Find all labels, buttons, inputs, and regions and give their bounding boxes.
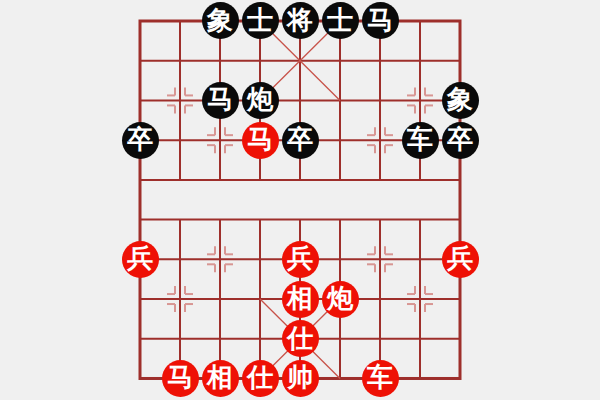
piece-glyph: 帅: [287, 364, 313, 390]
piece-black-general[interactable]: 将: [282, 2, 319, 39]
piece-black-soldier[interactable]: 卒: [122, 122, 159, 159]
board-point: 马: [200, 81, 240, 121]
piece-red-advisor[interactable]: 仕: [282, 320, 319, 357]
piece-red-elephant[interactable]: 相: [282, 281, 319, 318]
piece-black-elephant[interactable]: 象: [202, 2, 239, 39]
piece-red-soldier[interactable]: 兵: [122, 241, 159, 278]
piece-black-chariot[interactable]: 车: [402, 122, 439, 159]
piece-glyph: 卒: [127, 126, 153, 152]
piece-glyph: 车: [407, 126, 433, 152]
board-point: 马: [160, 359, 200, 399]
piece-glyph: 兵: [127, 245, 153, 271]
board-point: 仕: [280, 319, 320, 359]
piece-glyph: 卒: [287, 126, 313, 152]
board-point: 士: [240, 1, 280, 41]
board-point: 兵: [280, 239, 320, 279]
piece-glyph: 炮: [327, 285, 353, 311]
board-point: 车: [360, 359, 400, 399]
piece-glyph: 马: [207, 86, 233, 112]
piece-glyph: 仕: [247, 364, 273, 390]
board-point: 相: [280, 279, 320, 319]
xiangqi-board: 象士将士马马炮象卒马卒车卒兵兵兵相炮仕马相仕帅车: [0, 0, 600, 400]
piece-red-horse[interactable]: 马: [162, 360, 199, 397]
board-point: 士: [320, 1, 360, 41]
piece-red-general[interactable]: 帅: [282, 360, 319, 397]
piece-black-elephant[interactable]: 象: [442, 82, 479, 119]
piece-glyph: 相: [207, 364, 233, 390]
board-point: 仕: [240, 359, 280, 399]
board-point: 车: [400, 120, 440, 160]
board-point: 兵: [120, 239, 160, 279]
board-point: 炮: [240, 81, 280, 121]
piece-glyph: 象: [447, 86, 473, 112]
board-point: 象: [200, 1, 240, 41]
board-point: 象: [440, 81, 480, 121]
piece-black-soldier[interactable]: 卒: [442, 122, 479, 159]
piece-red-chariot[interactable]: 车: [362, 360, 399, 397]
board-point: 卒: [120, 120, 160, 160]
board-point: 卒: [440, 120, 480, 160]
piece-red-cannon[interactable]: 炮: [322, 281, 359, 318]
piece-black-horse[interactable]: 马: [202, 82, 239, 119]
piece-glyph: 马: [367, 7, 393, 33]
piece-red-advisor[interactable]: 仕: [242, 360, 279, 397]
board-point: 帅: [280, 359, 320, 399]
piece-glyph: 车: [367, 364, 393, 390]
piece-black-soldier[interactable]: 卒: [282, 122, 319, 159]
piece-red-elephant[interactable]: 相: [202, 360, 239, 397]
board-point: 将: [280, 1, 320, 41]
piece-red-soldier[interactable]: 兵: [442, 241, 479, 278]
piece-glyph: 仕: [287, 325, 313, 351]
piece-glyph: 将: [287, 7, 313, 33]
piece-glyph: 士: [247, 7, 273, 33]
piece-glyph: 兵: [287, 245, 313, 271]
piece-glyph: 马: [167, 364, 193, 390]
piece-black-horse[interactable]: 马: [362, 2, 399, 39]
piece-black-advisor[interactable]: 士: [242, 2, 279, 39]
board-point: 相: [200, 359, 240, 399]
pieces-grid: 象士将士马马炮象卒马卒车卒兵兵兵相炮仕马相仕帅车: [120, 1, 480, 398]
piece-glyph: 象: [207, 7, 233, 33]
piece-black-cannon[interactable]: 炮: [242, 82, 279, 119]
piece-red-soldier[interactable]: 兵: [282, 241, 319, 278]
piece-glyph: 马: [247, 126, 273, 152]
piece-red-horse[interactable]: 马: [242, 122, 279, 159]
piece-glyph: 兵: [447, 245, 473, 271]
piece-glyph: 相: [287, 285, 313, 311]
piece-black-advisor[interactable]: 士: [322, 2, 359, 39]
piece-glyph: 卒: [447, 126, 473, 152]
board-point: 炮: [320, 279, 360, 319]
board-point: 马: [240, 120, 280, 160]
board-point: 卒: [280, 120, 320, 160]
board-point: 马: [360, 1, 400, 41]
board-point: 兵: [440, 239, 480, 279]
piece-glyph: 士: [327, 7, 353, 33]
piece-glyph: 炮: [247, 86, 273, 112]
